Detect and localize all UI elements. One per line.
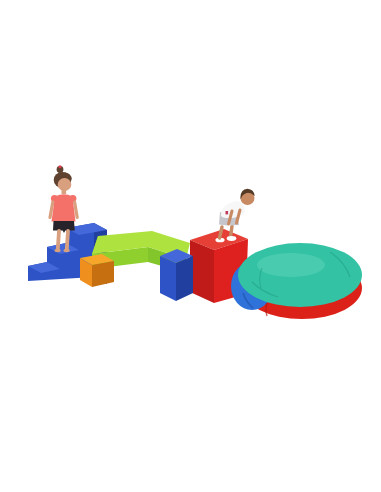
boy-shirt-graphic [226, 211, 229, 214]
red-cube-left-face [190, 240, 214, 303]
pouf-highlight [257, 253, 325, 277]
girl-leg-right [67, 231, 68, 249]
boy-shoe-right [227, 236, 237, 241]
foam-cube-orange [80, 254, 114, 287]
girl-foot-left [55, 249, 61, 252]
foam-block-blue [160, 249, 193, 301]
soft-play-photo [0, 0, 381, 492]
girl-shirt [52, 194, 76, 221]
girl-hair-tie [59, 165, 62, 168]
boy-leg-right [231, 226, 233, 237]
girl-face [58, 178, 72, 191]
girl-foot-right [64, 249, 70, 252]
girl-neck [62, 190, 67, 195]
product-photo [0, 0, 381, 492]
girl-leg-left [58, 231, 59, 249]
